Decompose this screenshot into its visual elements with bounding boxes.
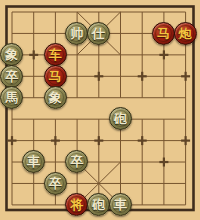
piece-olive-general[interactable]: 帅 <box>65 22 88 45</box>
piece-olive-elephant[interactable]: 象 <box>0 43 23 66</box>
piece-olive-chariot[interactable]: 車 <box>109 193 132 216</box>
piece-glyph: 炮 <box>179 27 192 40</box>
piece-olive-horse[interactable]: 馬 <box>0 86 23 109</box>
piece-glyph: 马 <box>157 27 170 40</box>
piece-glyph: 将 <box>70 198 83 211</box>
piece-glyph: 馬 <box>5 91 18 104</box>
piece-red-cannon[interactable]: 炮 <box>174 22 197 45</box>
piece-olive-soldier[interactable]: 卒 <box>0 65 23 88</box>
piece-glyph: 卒 <box>70 155 83 168</box>
piece-olive-cannon[interactable]: 砲 <box>87 193 110 216</box>
piece-olive-elephant[interactable]: 象 <box>44 86 67 109</box>
piece-red-horse[interactable]: 马 <box>152 22 175 45</box>
piece-glyph: 马 <box>49 70 62 83</box>
piece-glyph: 砲 <box>92 198 105 211</box>
piece-red-general[interactable]: 将 <box>65 193 88 216</box>
piece-layer[interactable]: 帅仕马炮象车卒马馬象砲車卒卒将砲車 <box>1 1 196 215</box>
piece-red-chariot[interactable]: 车 <box>44 43 67 66</box>
piece-glyph: 車 <box>27 155 40 168</box>
piece-glyph: 仕 <box>92 27 105 40</box>
piece-glyph: 卒 <box>5 70 18 83</box>
piece-glyph: 象 <box>49 91 62 104</box>
piece-glyph: 砲 <box>114 112 127 125</box>
piece-glyph: 卒 <box>49 177 62 190</box>
piece-olive-advisor[interactable]: 仕 <box>87 22 110 45</box>
piece-olive-cannon[interactable]: 砲 <box>109 107 132 130</box>
piece-glyph: 车 <box>49 48 62 61</box>
piece-glyph: 象 <box>5 48 18 61</box>
piece-glyph: 車 <box>114 198 127 211</box>
piece-glyph: 帅 <box>70 27 83 40</box>
piece-olive-chariot[interactable]: 車 <box>22 150 45 173</box>
xiangqi-board[interactable]: 帅仕马炮象车卒马馬象砲車卒卒将砲車 <box>0 0 200 220</box>
piece-olive-soldier[interactable]: 卒 <box>44 172 67 195</box>
piece-olive-soldier[interactable]: 卒 <box>65 150 88 173</box>
piece-red-horse[interactable]: 马 <box>44 65 67 88</box>
